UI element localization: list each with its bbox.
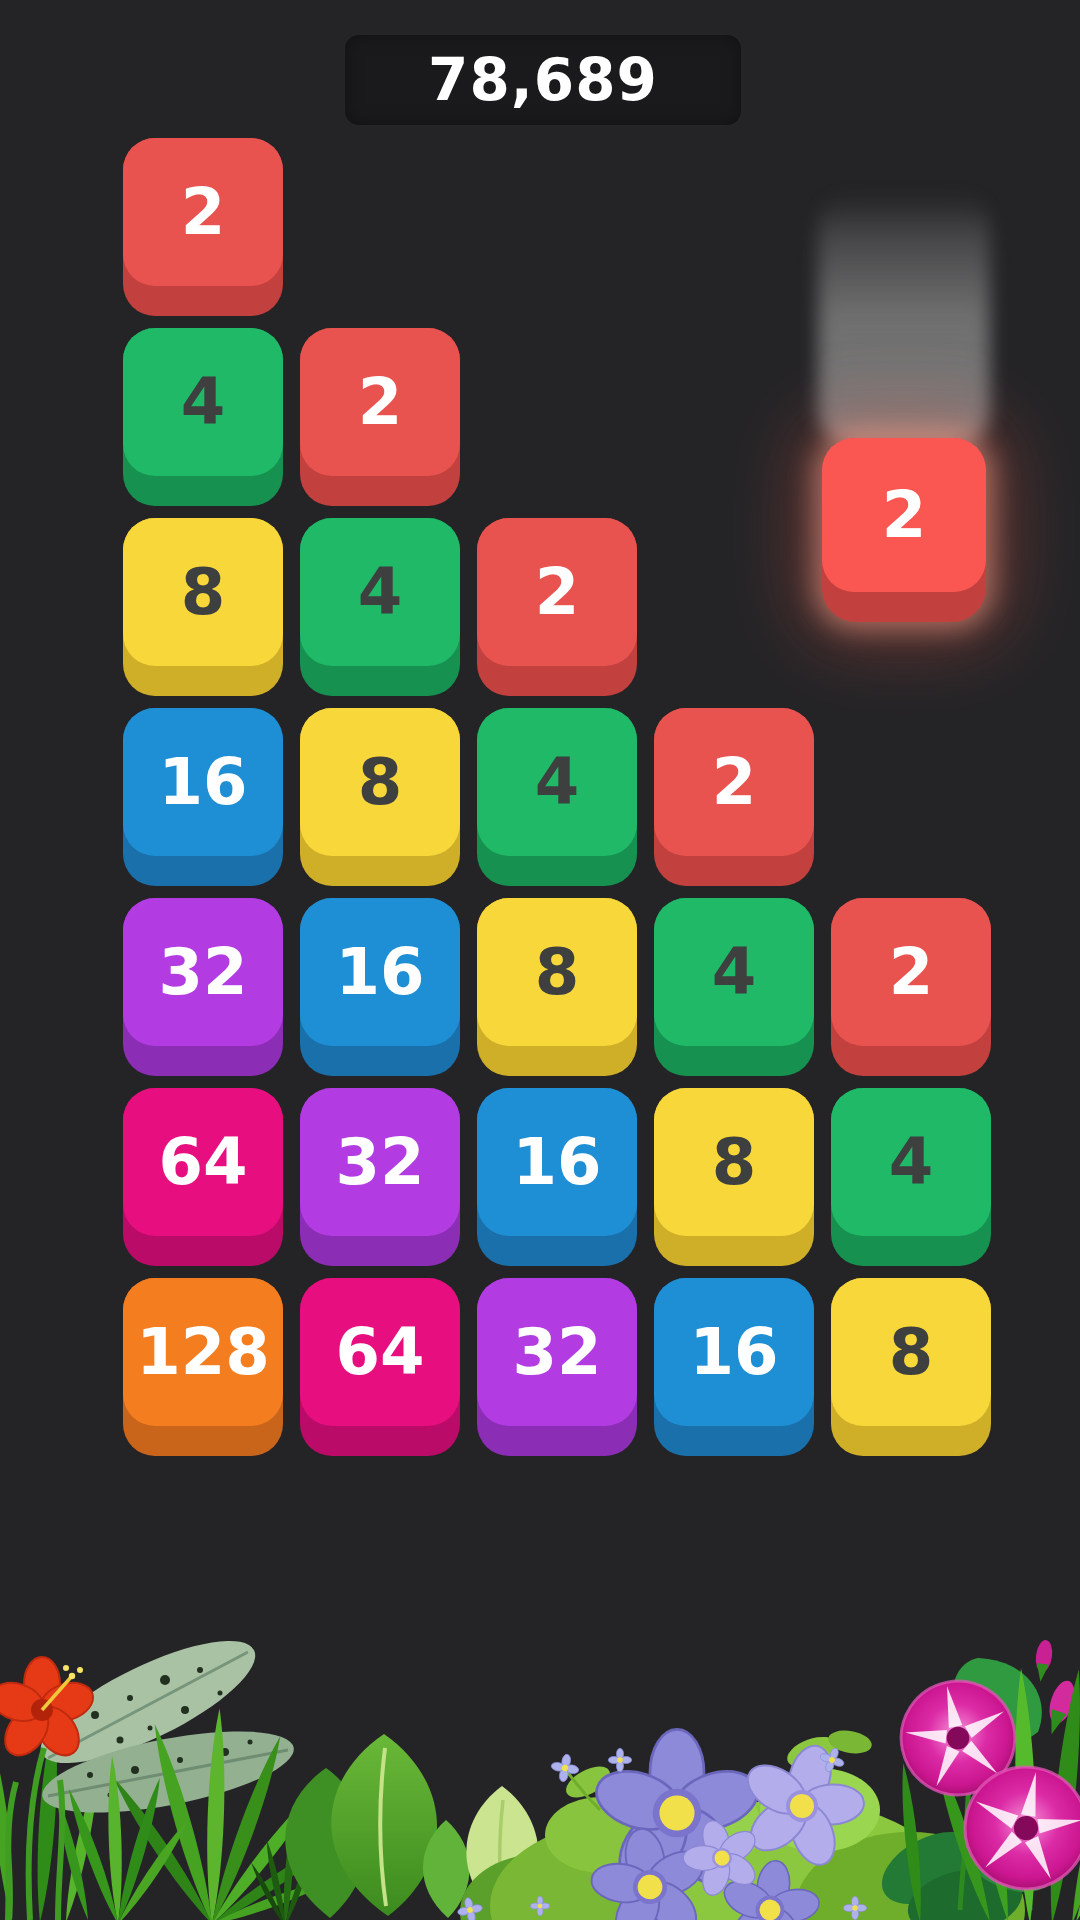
tile-value: 4 — [358, 560, 403, 624]
tile-face: 32 — [123, 898, 283, 1046]
tile-value: 16 — [689, 1320, 778, 1384]
tile-32: 32 — [300, 1088, 460, 1266]
falling-tile-2[interactable]: 2 — [822, 438, 986, 622]
tile-value: 4 — [712, 940, 757, 1004]
tile-value: 128 — [136, 1320, 270, 1384]
morning-glory-plants — [870, 1639, 1080, 1920]
tile-value: 2 — [712, 750, 757, 814]
tile-face: 8 — [477, 898, 637, 1046]
tile-value: 2 — [882, 483, 927, 547]
tile-2: 2 — [123, 138, 283, 316]
tile-face: 2 — [654, 708, 814, 856]
tile-face: 64 — [123, 1088, 283, 1236]
tile-8: 8 — [123, 518, 283, 696]
tile-8: 8 — [654, 1088, 814, 1266]
flower-bud — [1032, 1639, 1054, 1683]
tile-value: 2 — [535, 560, 580, 624]
tile-face: 32 — [300, 1088, 460, 1236]
garden-decoration — [0, 1610, 1080, 1920]
tile-face: 4 — [654, 898, 814, 1046]
tile-face: 8 — [831, 1278, 991, 1426]
tile-4: 4 — [123, 328, 283, 506]
tile-value: 32 — [512, 1320, 601, 1384]
tile-value: 8 — [712, 1130, 757, 1194]
tile-value: 8 — [181, 560, 226, 624]
tile-face: 4 — [477, 708, 637, 856]
tile-value: 32 — [335, 1130, 424, 1194]
tile-face: 2 — [822, 438, 986, 592]
tile-4: 4 — [831, 1088, 991, 1266]
tile-value: 8 — [889, 1320, 934, 1384]
tile-value: 4 — [889, 1130, 934, 1194]
tile-face: 32 — [477, 1278, 637, 1426]
tile-4: 4 — [654, 898, 814, 1076]
tile-8: 8 — [300, 708, 460, 886]
tile-16: 16 — [300, 898, 460, 1076]
tile-face: 2 — [477, 518, 637, 666]
tile-face: 128 — [123, 1278, 283, 1426]
tile-value: 8 — [535, 940, 580, 1004]
tile-64: 64 — [300, 1278, 460, 1456]
tile-64: 64 — [123, 1088, 283, 1266]
tile-face: 4 — [831, 1088, 991, 1236]
tile-4: 4 — [477, 708, 637, 886]
tile-128: 128 — [123, 1278, 283, 1456]
tile-face: 2 — [300, 328, 460, 476]
tile-8: 8 — [831, 1278, 991, 1456]
tile-value: 64 — [335, 1320, 424, 1384]
tile-value: 4 — [181, 370, 226, 434]
tile-32: 32 — [477, 1278, 637, 1456]
tile-face: 16 — [123, 708, 283, 856]
tile-face: 16 — [477, 1088, 637, 1236]
tile-face: 8 — [123, 518, 283, 666]
tile-2: 2 — [477, 518, 637, 696]
tile-face: 2 — [123, 138, 283, 286]
tile-face: 4 — [123, 328, 283, 476]
tile-value: 16 — [512, 1130, 601, 1194]
tile-4: 4 — [300, 518, 460, 696]
tile-16: 16 — [123, 708, 283, 886]
tile-value: 2 — [358, 370, 403, 434]
tile-value: 2 — [181, 180, 226, 244]
tile-value: 32 — [158, 940, 247, 1004]
tile-2: 2 — [300, 328, 460, 506]
tile-16: 16 — [654, 1278, 814, 1456]
tile-face: 8 — [654, 1088, 814, 1236]
tile-face: 4 — [300, 518, 460, 666]
tile-face: 2 — [831, 898, 991, 1046]
tile-8: 8 — [477, 898, 637, 1076]
tile-face: 8 — [300, 708, 460, 856]
tile-face: 16 — [300, 898, 460, 1046]
tile-32: 32 — [123, 898, 283, 1076]
tile-value: 64 — [158, 1130, 247, 1194]
tile-value: 2 — [889, 940, 934, 1004]
tile-16: 16 — [477, 1088, 637, 1266]
tile-2: 2 — [654, 708, 814, 886]
tile-value: 16 — [335, 940, 424, 1004]
tile-value: 4 — [535, 750, 580, 814]
tile-2: 2 — [831, 898, 991, 1076]
tile-face: 64 — [300, 1278, 460, 1426]
tile-face: 16 — [654, 1278, 814, 1426]
game-screen: 78,689 242842168423216842643216841286432… — [0, 0, 1080, 1920]
tile-value: 8 — [358, 750, 403, 814]
tile-value: 16 — [158, 750, 247, 814]
